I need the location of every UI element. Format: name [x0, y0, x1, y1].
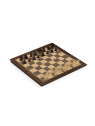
- black-pawn: ♟: [49, 48, 54, 53]
- chess-set-photo: ♜♞♝♛♚♝♞♜♟♟♟♟♟♟♟♟♟♟♟♟♟♟♟♟♜♞♝♛♚♝♞♜: [20, 34, 76, 90]
- white-pawn: ♟: [53, 65, 59, 71]
- white-pawn: ♟: [67, 59, 73, 65]
- chess-board: ♜♞♝♛♚♝♞♜♟♟♟♟♟♟♟♟♟♟♟♟♟♟♟♟♜♞♝♛♚♝♞♜: [9, 43, 88, 86]
- product-photo: ♜♞♝♛♚♝♞♜♟♟♟♟♟♟♟♟♟♟♟♟♟♟♟♟♜♞♝♛♚♝♞♜: [0, 0, 95, 126]
- white-pawn: ♟: [44, 69, 50, 75]
- black-pawn: ♟: [35, 53, 41, 59]
- white-pawn: ♟: [62, 61, 68, 67]
- white-pawn: ♟: [39, 72, 45, 78]
